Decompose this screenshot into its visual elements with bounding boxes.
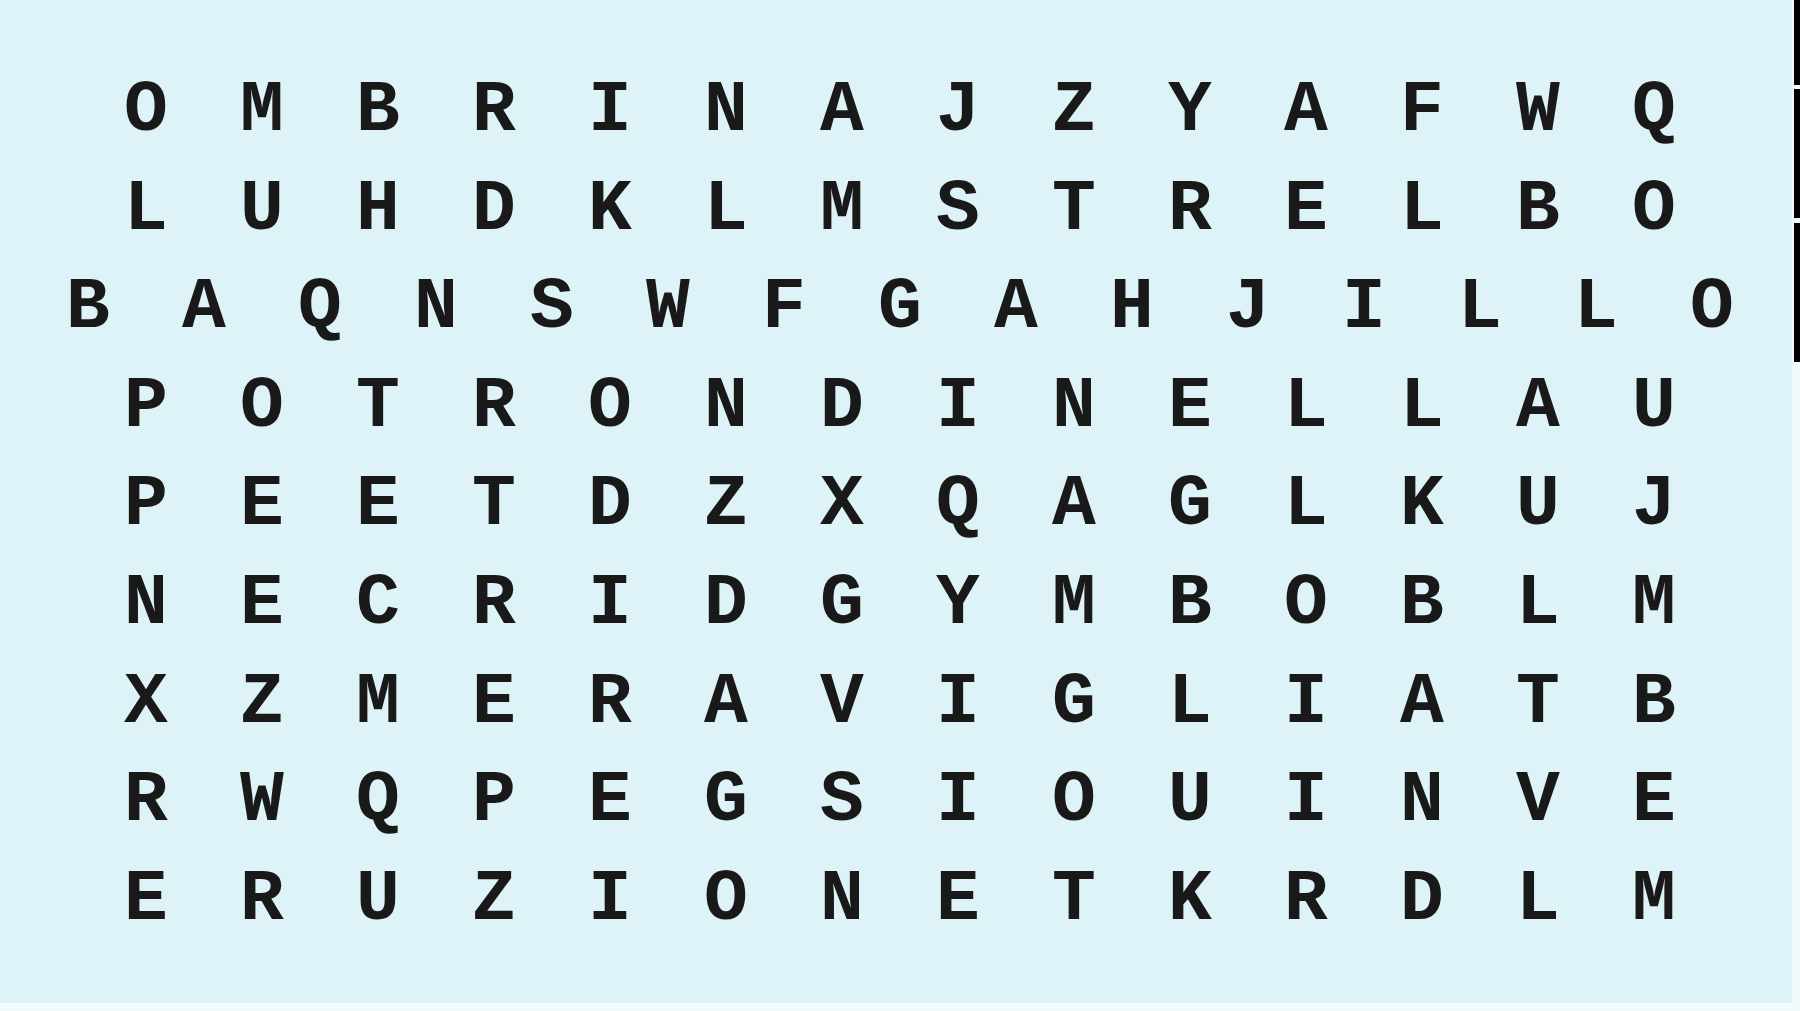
grid-cell[interactable]: S (494, 259, 610, 358)
grid-cell[interactable]: L (668, 161, 784, 260)
grid-cell[interactable]: T (436, 456, 552, 555)
grid-cell[interactable]: A (1016, 456, 1132, 555)
word-search-screen: { "game": "word-search", "position": "OM… (0, 0, 1800, 1011)
grid-cell[interactable]: Q (262, 259, 378, 358)
grid-cell[interactable]: A (958, 259, 1074, 358)
grid-cell[interactable]: G (784, 555, 900, 654)
grid-row: POTRONDINELLAU (0, 358, 1800, 457)
grid-cell[interactable]: S (900, 161, 1016, 260)
grid-cell[interactable]: A (1480, 358, 1596, 457)
grid-cell[interactable]: T (320, 358, 436, 457)
grid-cell[interactable]: U (204, 161, 320, 260)
grid-cell[interactable]: O (1654, 259, 1770, 358)
grid-cell[interactable]: H (320, 161, 436, 260)
grid-cell[interactable]: D (436, 161, 552, 260)
grid-cell[interactable]: L (1364, 358, 1480, 457)
word-search-grid: OMBRINAJZYAFWQLUHDKLMSTRELBOBAQNSWFGAHJI… (0, 62, 1800, 950)
grid-cell[interactable]: O (1016, 752, 1132, 851)
grid-cell[interactable]: H (1074, 259, 1190, 358)
grid-cell[interactable]: G (1132, 456, 1248, 555)
grid-cell[interactable]: F (726, 259, 842, 358)
grid-cell[interactable]: Y (900, 555, 1016, 654)
grid-cell[interactable]: N (1364, 752, 1480, 851)
grid-cell[interactable]: A (146, 259, 262, 358)
grid-cell[interactable]: W (610, 259, 726, 358)
grid-row: OMBRINAJZYAFWQ (0, 62, 1800, 161)
grid-cell[interactable]: P (436, 752, 552, 851)
grid-row: BAQNSWFGAHJILLO (0, 259, 1800, 358)
grid-cell[interactable]: R (204, 851, 320, 950)
grid-cell[interactable]: W (204, 752, 320, 851)
grid-cell[interactable]: J (900, 62, 1016, 161)
grid-cell[interactable]: M (784, 161, 900, 260)
grid-cell[interactable]: Q (320, 752, 436, 851)
grid-cell[interactable]: V (784, 654, 900, 753)
grid-cell[interactable]: R (552, 654, 668, 753)
grid-cell[interactable]: E (1248, 161, 1364, 260)
grid-cell[interactable]: M (1596, 851, 1712, 950)
grid-cell[interactable]: F (1364, 62, 1480, 161)
grid-cell[interactable]: A (668, 654, 784, 753)
grid-cell[interactable]: O (88, 62, 204, 161)
grid-cell[interactable]: Z (668, 456, 784, 555)
grid-cell[interactable]: U (1480, 456, 1596, 555)
grid-cell[interactable]: E (204, 456, 320, 555)
grid-cell[interactable]: R (436, 62, 552, 161)
grid-cell[interactable]: I (552, 62, 668, 161)
grid-cell[interactable]: D (552, 456, 668, 555)
grid-cell[interactable]: R (436, 555, 552, 654)
grid-cell[interactable]: E (1132, 358, 1248, 457)
grid-cell[interactable]: K (552, 161, 668, 260)
grid-cell[interactable]: P (88, 456, 204, 555)
grid-cell[interactable]: Y (1132, 62, 1248, 161)
grid-cell[interactable]: I (1248, 654, 1364, 753)
grid-row: NECRIDGYMBOBLM (0, 555, 1800, 654)
grid-cell[interactable]: I (552, 555, 668, 654)
grid-cell[interactable]: V (1480, 752, 1596, 851)
grid-cell[interactable]: E (320, 456, 436, 555)
grid-cell[interactable]: R (88, 752, 204, 851)
screen-edge-artifact (1794, 0, 1800, 85)
grid-cell[interactable]: A (784, 62, 900, 161)
grid-cell[interactable]: N (784, 851, 900, 950)
grid-cell[interactable]: L (1132, 654, 1248, 753)
grid-cell[interactable]: D (668, 555, 784, 654)
grid-cell[interactable]: N (1016, 358, 1132, 457)
grid-cell[interactable]: L (1248, 358, 1364, 457)
grid-cell[interactable]: B (1364, 555, 1480, 654)
grid-cell[interactable]: I (1248, 752, 1364, 851)
grid-cell[interactable]: X (88, 654, 204, 753)
grid-cell[interactable]: M (204, 62, 320, 161)
grid-cell[interactable]: N (668, 62, 784, 161)
grid-cell[interactable]: L (1538, 259, 1654, 358)
grid-cell[interactable]: S (784, 752, 900, 851)
grid-cell[interactable]: G (1016, 654, 1132, 753)
grid-cell[interactable]: I (552, 851, 668, 950)
grid-row: XZMERAVIGLIATB (0, 654, 1800, 753)
grid-cell[interactable]: E (204, 555, 320, 654)
grid-cell[interactable]: E (552, 752, 668, 851)
grid-cell[interactable]: L (1248, 456, 1364, 555)
grid-cell[interactable]: B (1596, 654, 1712, 753)
grid-cell[interactable]: M (320, 654, 436, 753)
grid-row: ERUZIONETKRDLM (0, 851, 1800, 950)
grid-cell[interactable]: J (1190, 259, 1306, 358)
grid-cell[interactable]: R (436, 358, 552, 457)
grid-cell[interactable]: Q (900, 456, 1016, 555)
grid-row: PEETDZXQAGLKUJ (0, 456, 1800, 555)
grid-cell[interactable]: T (1480, 654, 1596, 753)
grid-cell[interactable]: A (1364, 654, 1480, 753)
grid-cell[interactable]: I (900, 752, 1016, 851)
grid-cell[interactable]: G (668, 752, 784, 851)
grid-cell[interactable]: G (842, 259, 958, 358)
grid-cell[interactable]: U (1596, 358, 1712, 457)
grid-cell[interactable]: Z (204, 654, 320, 753)
grid-cell[interactable]: N (88, 555, 204, 654)
grid-cell[interactable]: E (900, 851, 1016, 950)
grid-cell[interactable]: N (378, 259, 494, 358)
grid-cell[interactable]: N (668, 358, 784, 457)
grid-cell[interactable]: B (30, 259, 146, 358)
grid-cell[interactable]: O (552, 358, 668, 457)
grid-cell[interactable]: I (900, 654, 1016, 753)
grid-cell[interactable]: E (436, 654, 552, 753)
grid-cell[interactable]: T (1016, 161, 1132, 260)
grid-cell[interactable]: B (1480, 161, 1596, 260)
grid-row: LUHDKLMSTRELBO (0, 161, 1800, 260)
grid-row: RWQPEGSIOUINVE (0, 752, 1800, 851)
grid-cell[interactable]: D (1364, 851, 1480, 950)
grid-cell[interactable]: U (320, 851, 436, 950)
grid-cell[interactable]: O (204, 358, 320, 457)
grid-cell[interactable]: E (1596, 752, 1712, 851)
grid-cell[interactable]: U (1132, 752, 1248, 851)
grid-cell[interactable]: M (1596, 555, 1712, 654)
grid-cell[interactable]: Q (1596, 62, 1712, 161)
grid-cell[interactable]: D (784, 358, 900, 457)
grid-cell[interactable]: O (668, 851, 784, 950)
grid-cell[interactable]: K (1364, 456, 1480, 555)
grid-cell[interactable]: I (1306, 259, 1422, 358)
grid-cell[interactable]: P (88, 358, 204, 457)
grid-cell[interactable]: B (1132, 555, 1248, 654)
screen-edge-artifact (1794, 223, 1800, 362)
grid-cell[interactable]: C (320, 555, 436, 654)
grid-cell[interactable]: T (1016, 851, 1132, 950)
grid-cell[interactable]: A (1248, 62, 1364, 161)
grid-cell[interactable]: O (1596, 161, 1712, 260)
grid-cell[interactable]: W (1480, 62, 1596, 161)
grid-cell[interactable]: J (1596, 456, 1712, 555)
grid-cell[interactable]: L (1422, 259, 1538, 358)
screen-bottom-edge-strip (0, 1003, 1800, 1011)
grid-cell[interactable]: L (1480, 555, 1596, 654)
grid-cell[interactable]: M (1016, 555, 1132, 654)
screen-edge-artifact (1794, 89, 1800, 218)
grid-cell[interactable]: Z (436, 851, 552, 950)
grid-cell[interactable]: X (784, 456, 900, 555)
grid-cell[interactable]: Z (1016, 62, 1132, 161)
grid-cell[interactable]: L (1364, 161, 1480, 260)
grid-cell[interactable]: O (1248, 555, 1364, 654)
grid-cell[interactable]: R (1132, 161, 1248, 260)
grid-cell[interactable]: L (88, 161, 204, 260)
grid-cell[interactable]: K (1132, 851, 1248, 950)
grid-cell[interactable]: E (88, 851, 204, 950)
grid-cell[interactable]: R (1248, 851, 1364, 950)
grid-cell[interactable]: L (1480, 851, 1596, 950)
grid-cell[interactable]: I (900, 358, 1016, 457)
grid-cell[interactable]: B (320, 62, 436, 161)
